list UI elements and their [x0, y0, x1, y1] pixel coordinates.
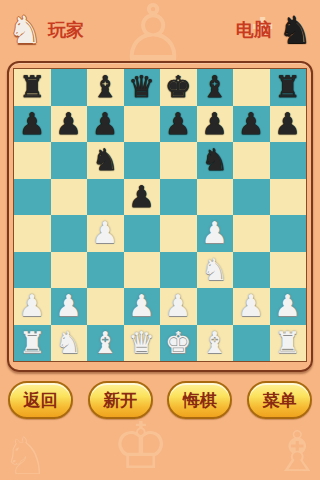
square-a3[interactable] [14, 252, 51, 289]
new-game-button[interactable]: 新开 [88, 381, 153, 419]
square-h4[interactable] [270, 215, 307, 252]
square-g3[interactable] [233, 252, 270, 289]
pattern-bishop-icon: ♗ [272, 424, 320, 480]
white-pawn[interactable]: ♟ [197, 215, 234, 252]
square-e3[interactable] [160, 252, 197, 289]
black-bishop[interactable]: ♝ [197, 69, 234, 106]
square-c5[interactable] [87, 179, 124, 216]
square-e8[interactable]: ♚ [160, 69, 197, 106]
square-f7[interactable]: ♟ [197, 106, 234, 143]
square-h1[interactable]: ♜ [270, 325, 307, 362]
square-g7[interactable]: ♟ [233, 106, 270, 143]
black-bishop[interactable]: ♝ [87, 69, 124, 106]
board-frame: ♜♝♛♚♝♜♟♟♟♟♟♟♟♞♞♟♟♟♞♟♟♟♟♟♟♜♞♝♛♚♝♜ [7, 61, 313, 372]
back-button[interactable]: 返回 [8, 381, 73, 419]
square-b4[interactable] [51, 215, 88, 252]
white-rook[interactable]: ♜ [270, 325, 307, 362]
white-pawn[interactable]: ♟ [87, 215, 124, 252]
square-b5[interactable] [51, 179, 88, 216]
computer-side: 电脑 ♞ [236, 10, 312, 50]
square-f1[interactable]: ♝ [197, 325, 234, 362]
pattern-knight-icon: ♘ [2, 430, 49, 480]
square-d2[interactable]: ♟ [124, 288, 161, 325]
square-d7[interactable] [124, 106, 161, 143]
player-side: ♞ 玩家 [8, 10, 84, 50]
black-pawn[interactable]: ♟ [14, 106, 51, 143]
undo-button[interactable]: 悔棋 [167, 381, 232, 419]
square-d3[interactable] [124, 252, 161, 289]
white-king[interactable]: ♚ [160, 325, 197, 362]
square-a6[interactable] [14, 142, 51, 179]
square-c6[interactable]: ♞ [87, 142, 124, 179]
white-pawn[interactable]: ♟ [160, 288, 197, 325]
square-b8[interactable] [51, 69, 88, 106]
square-h8[interactable]: ♜ [270, 69, 307, 106]
black-queen[interactable]: ♛ [124, 69, 161, 106]
square-a1[interactable]: ♜ [14, 325, 51, 362]
square-c3[interactable] [87, 252, 124, 289]
black-pawn[interactable]: ♟ [233, 106, 270, 143]
square-e5[interactable] [160, 179, 197, 216]
square-c7[interactable]: ♟ [87, 106, 124, 143]
square-a8[interactable]: ♜ [14, 69, 51, 106]
player-label: 玩家 [48, 18, 84, 42]
white-pawn[interactable]: ♟ [270, 288, 307, 325]
black-pawn[interactable]: ♟ [270, 106, 307, 143]
white-knight[interactable]: ♞ [197, 252, 234, 289]
white-knight-icon: ♞ [8, 10, 42, 50]
square-a5[interactable] [14, 179, 51, 216]
square-h3[interactable] [270, 252, 307, 289]
square-d6[interactable] [124, 142, 161, 179]
square-c4[interactable]: ♟ [87, 215, 124, 252]
black-pawn[interactable]: ♟ [197, 106, 234, 143]
square-g2[interactable]: ♟ [233, 288, 270, 325]
square-e1[interactable]: ♚ [160, 325, 197, 362]
square-c1[interactable]: ♝ [87, 325, 124, 362]
square-b3[interactable] [51, 252, 88, 289]
square-a2[interactable]: ♟ [14, 288, 51, 325]
square-g1[interactable] [233, 325, 270, 362]
black-rook[interactable]: ♜ [270, 69, 307, 106]
black-knight[interactable]: ♞ [87, 142, 124, 179]
square-b6[interactable] [51, 142, 88, 179]
square-g6[interactable] [233, 142, 270, 179]
square-g5[interactable] [233, 179, 270, 216]
square-b2[interactable]: ♟ [51, 288, 88, 325]
square-f2[interactable] [197, 288, 234, 325]
black-pawn[interactable]: ♟ [51, 106, 88, 143]
square-c8[interactable]: ♝ [87, 69, 124, 106]
black-pawn[interactable]: ♟ [87, 106, 124, 143]
menu-button[interactable]: 菜单 [247, 381, 312, 419]
square-f8[interactable]: ♝ [197, 69, 234, 106]
square-a7[interactable]: ♟ [14, 106, 51, 143]
square-b1[interactable]: ♞ [51, 325, 88, 362]
square-e6[interactable] [160, 142, 197, 179]
square-g8[interactable] [233, 69, 270, 106]
black-pawn[interactable]: ♟ [124, 179, 161, 216]
square-e7[interactable]: ♟ [160, 106, 197, 143]
white-pawn[interactable]: ♟ [51, 288, 88, 325]
square-h5[interactable] [270, 179, 307, 216]
square-e4[interactable] [160, 215, 197, 252]
square-d4[interactable] [124, 215, 161, 252]
chess-board[interactable]: ♜♝♛♚♝♜♟♟♟♟♟♟♟♞♞♟♟♟♞♟♟♟♟♟♟♜♞♝♛♚♝♜ [13, 68, 307, 362]
black-king[interactable]: ♚ [160, 69, 197, 106]
white-queen[interactable]: ♛ [124, 325, 161, 362]
white-bishop[interactable]: ♝ [87, 325, 124, 362]
white-rook[interactable]: ♜ [14, 325, 51, 362]
square-d1[interactable]: ♛ [124, 325, 161, 362]
pattern-crown-icon: ♔ [112, 414, 169, 478]
black-knight-icon: ♞ [278, 10, 312, 50]
white-pawn[interactable]: ♟ [124, 288, 161, 325]
square-f5[interactable] [197, 179, 234, 216]
white-knight[interactable]: ♞ [51, 325, 88, 362]
square-g4[interactable] [233, 215, 270, 252]
black-knight[interactable]: ♞ [197, 142, 234, 179]
black-pawn[interactable]: ♟ [160, 106, 197, 143]
white-pawn[interactable]: ♟ [233, 288, 270, 325]
square-f3[interactable]: ♞ [197, 252, 234, 289]
square-a4[interactable] [14, 215, 51, 252]
square-e2[interactable]: ♟ [160, 288, 197, 325]
header: ♞ 玩家 电脑 ♞ [0, 0, 320, 60]
square-f4[interactable]: ♟ [197, 215, 234, 252]
square-d5[interactable]: ♟ [124, 179, 161, 216]
button-row: 返回 新开 悔棋 菜单 [0, 381, 320, 419]
square-h7[interactable]: ♟ [270, 106, 307, 143]
square-c2[interactable] [87, 288, 124, 325]
black-rook[interactable]: ♜ [14, 69, 51, 106]
square-d8[interactable]: ♛ [124, 69, 161, 106]
square-h2[interactable]: ♟ [270, 288, 307, 325]
computer-label: 电脑 [236, 18, 272, 42]
square-b7[interactable]: ♟ [51, 106, 88, 143]
white-bishop[interactable]: ♝ [197, 325, 234, 362]
white-pawn[interactable]: ♟ [14, 288, 51, 325]
square-h6[interactable] [270, 142, 307, 179]
square-f6[interactable]: ♞ [197, 142, 234, 179]
